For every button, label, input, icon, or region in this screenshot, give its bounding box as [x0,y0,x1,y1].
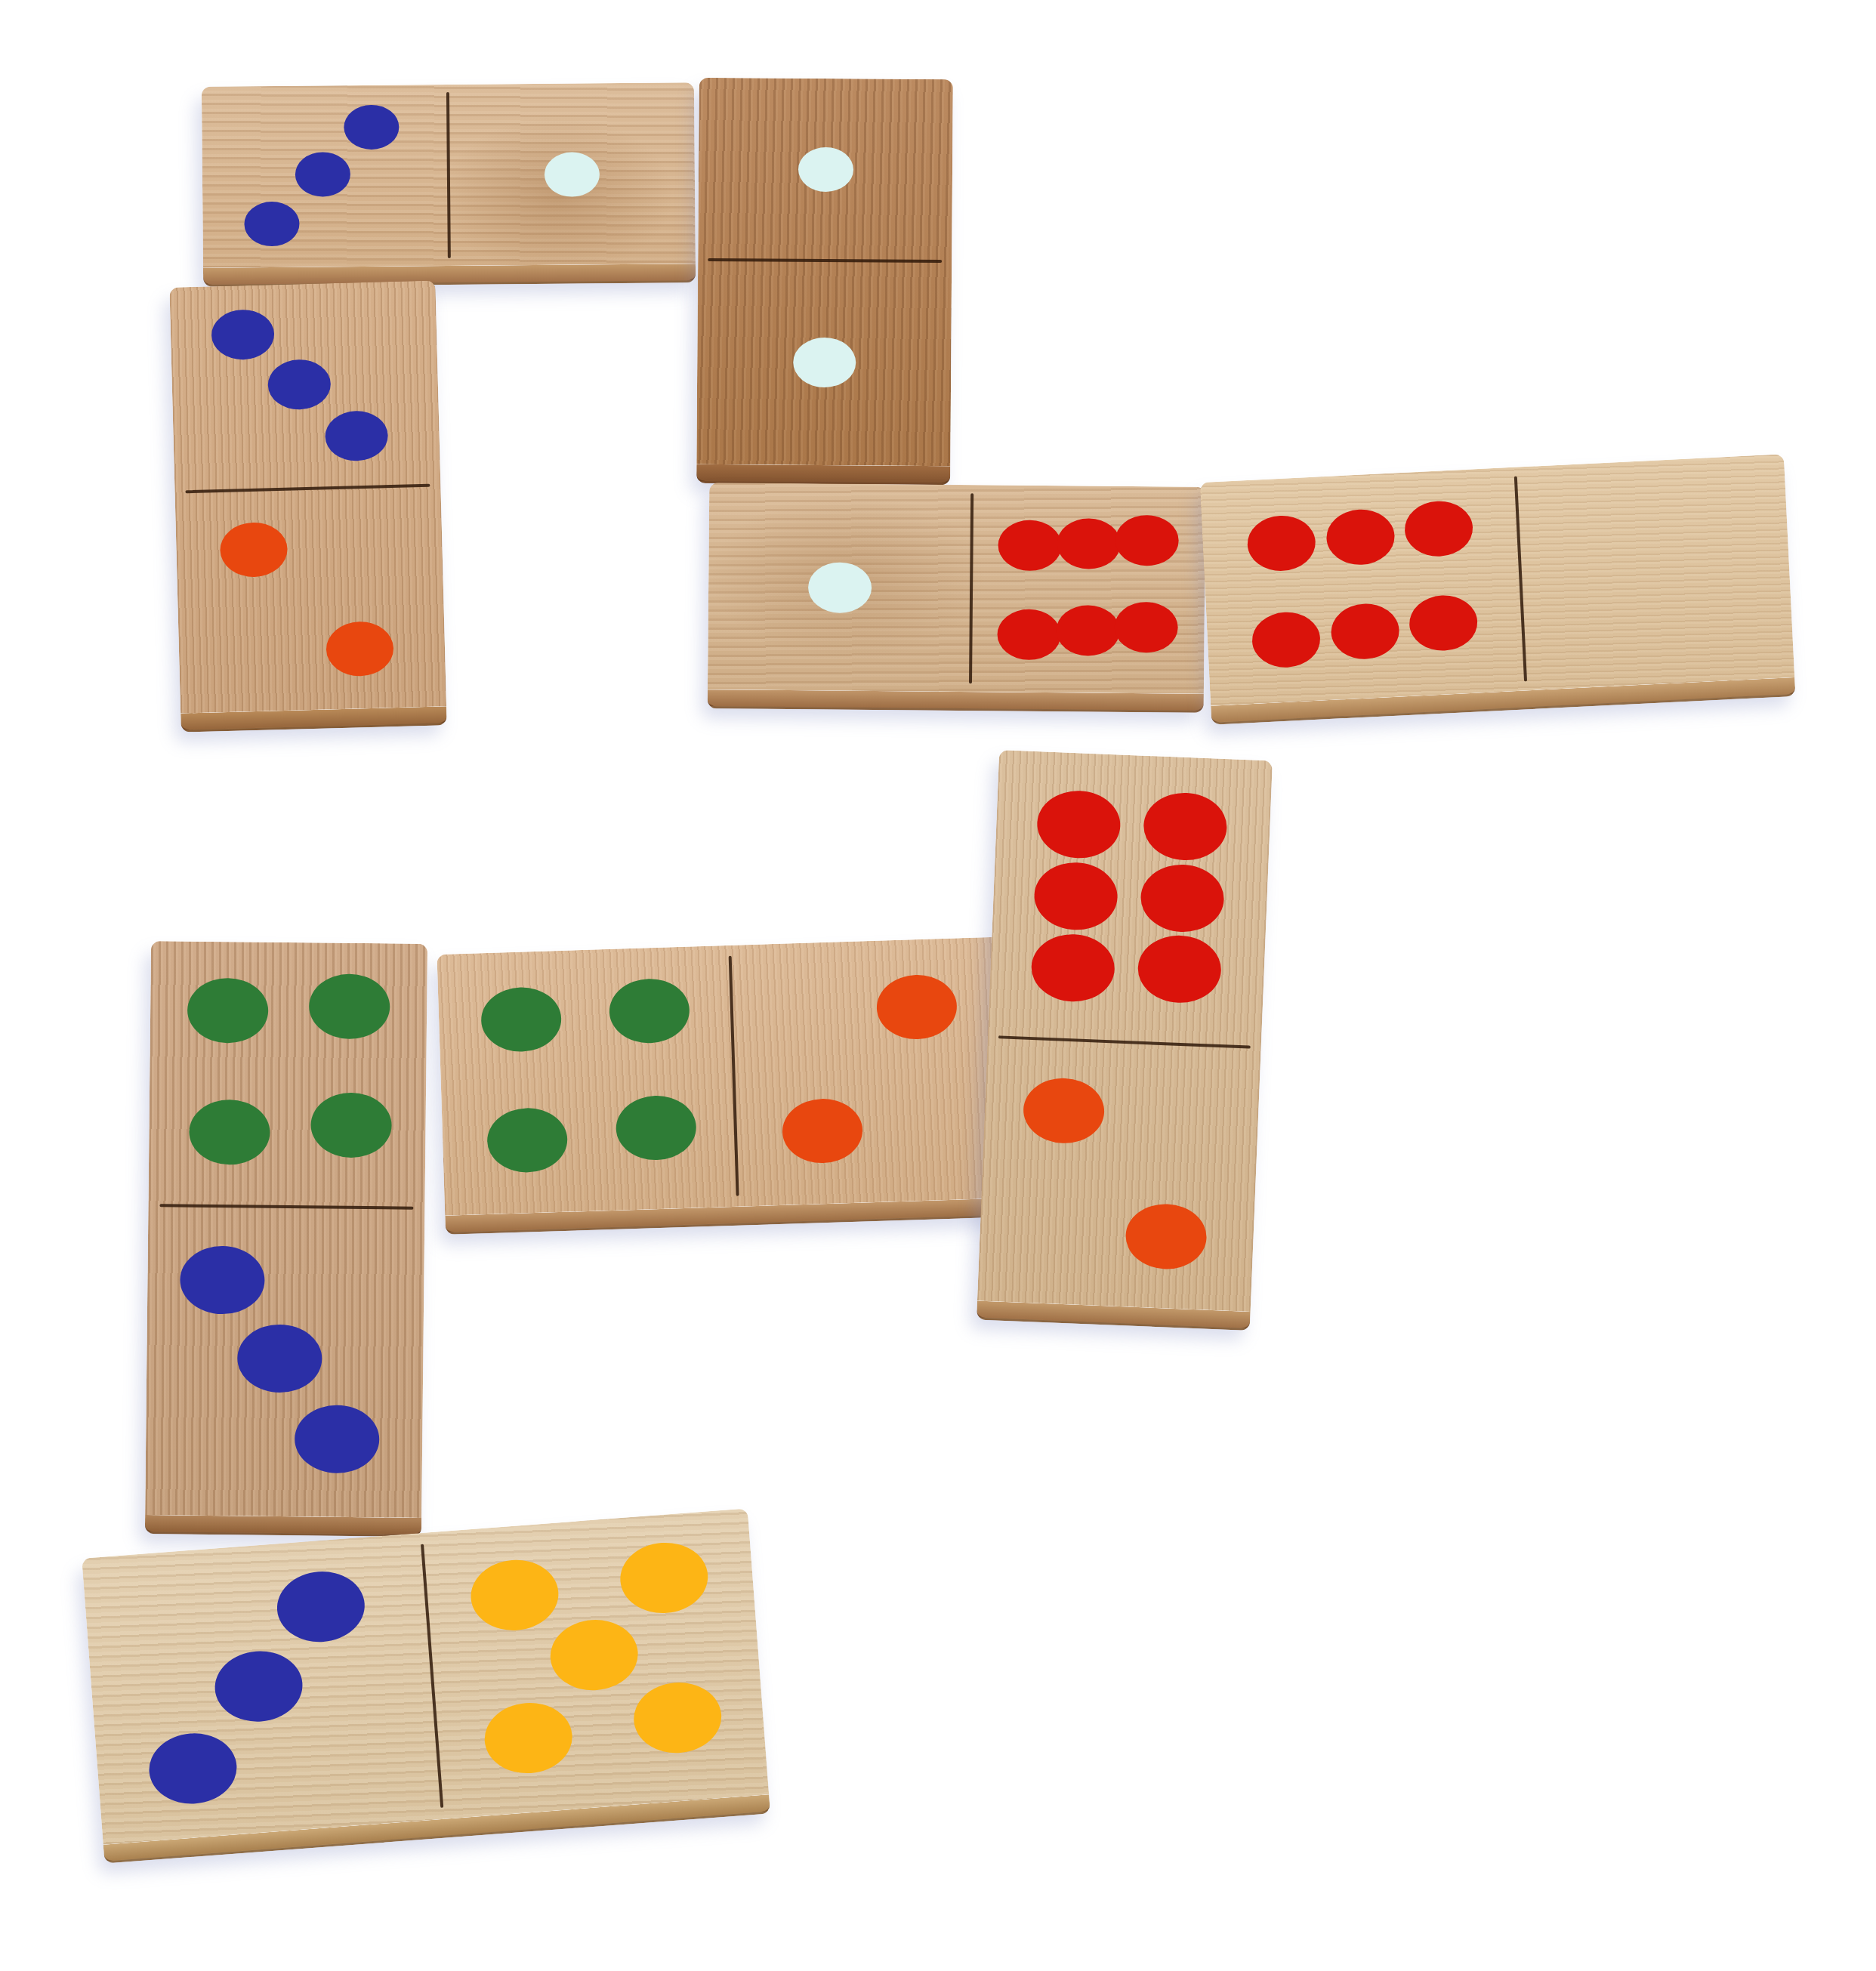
domino-3-2[interactable] [169,280,446,729]
pip-red [1330,602,1400,660]
domino-face [145,941,427,1518]
wood-side-edge [145,1515,421,1537]
domino-6-0[interactable] [1200,454,1796,722]
half-white-1 [696,259,952,466]
pip-yellow [468,1556,561,1633]
half-yellow-5 [421,1508,769,1818]
pip-red [1404,500,1474,558]
pip-blue [295,152,351,197]
half-red-6 [988,750,1273,1047]
pip-red [1247,514,1317,572]
pip-red [1325,508,1396,566]
half-green-4 [148,941,427,1208]
pip-blue [275,1568,368,1645]
pip-blue [294,1405,379,1474]
half-blue-3 [82,1533,443,1845]
pip-red [1251,610,1322,668]
pip-orange [876,974,958,1041]
wood-side-edge [696,464,950,485]
domino-face [82,1508,769,1844]
pip-white [798,147,853,193]
half-white-1 [448,82,696,266]
domino-face [708,483,1205,694]
pip-white [793,338,856,388]
half-blue-3 [169,280,440,492]
pip-red [1035,790,1121,860]
pip-blue [244,202,300,247]
pip-yellow [482,1699,575,1775]
pip-green [310,1093,392,1158]
half-orange-2 [977,1036,1261,1312]
pip-red [1409,594,1479,652]
half-red-6 [970,485,1205,694]
half-white-1 [708,483,973,692]
pip-blue [180,1246,265,1315]
pip-red [1056,605,1120,656]
pip-green [609,977,691,1044]
pip-blue [211,309,275,360]
pip-red [998,609,1062,660]
pip-white [544,152,600,197]
pip-red [998,520,1063,571]
pip-yellow [548,1617,641,1693]
domino-6-2[interactable] [977,750,1273,1328]
domino-3-1[interactable] [202,82,696,285]
pip-green [189,1099,270,1164]
pip-blue [344,104,400,150]
domino-face [696,78,953,466]
pip-red [1137,934,1222,1004]
domino-face [169,280,446,713]
pip-red [1032,861,1118,931]
pip-green [480,986,562,1053]
half-green-4 [437,945,737,1216]
pip-blue [147,1731,239,1807]
domino-1-6[interactable] [708,483,1206,711]
domino-face [202,82,696,268]
pip-orange [1125,1203,1208,1271]
pip-white [808,562,872,613]
pip-yellow [618,1540,711,1616]
pip-blue [237,1324,322,1393]
domino-1-1[interactable] [696,78,953,483]
domino-3-5[interactable] [82,1508,770,1861]
pip-orange [326,621,394,677]
half-blue-3 [145,1205,424,1518]
half-blue-3 [202,85,449,268]
half-orange-2 [174,485,446,713]
pip-orange [219,522,288,578]
pip-green [187,978,269,1044]
half-blank-0 [1515,454,1794,690]
domino-face [977,750,1273,1312]
pip-orange [782,1097,864,1164]
pip-red [1030,933,1115,1003]
pip-red [1114,602,1178,653]
pip-red [1057,518,1121,569]
pip-yellow [631,1680,724,1756]
pip-blue [267,359,332,410]
pip-green [615,1095,697,1161]
half-orange-2 [730,936,1019,1207]
domino-table [0,0,1876,1971]
pip-red [1115,515,1179,566]
pip-orange [1023,1077,1106,1145]
pip-blue [212,1648,305,1724]
domino-face [1200,454,1795,705]
domino-4-2[interactable] [437,936,1019,1232]
pip-green [309,973,390,1039]
domino-face [437,936,1018,1216]
pip-red [1140,862,1225,933]
half-white-1 [698,78,953,261]
pip-green [486,1106,569,1173]
half-red-6 [1200,467,1526,706]
pip-blue [325,410,389,461]
domino-4-3[interactable] [145,941,427,1535]
pip-red [1142,791,1227,861]
